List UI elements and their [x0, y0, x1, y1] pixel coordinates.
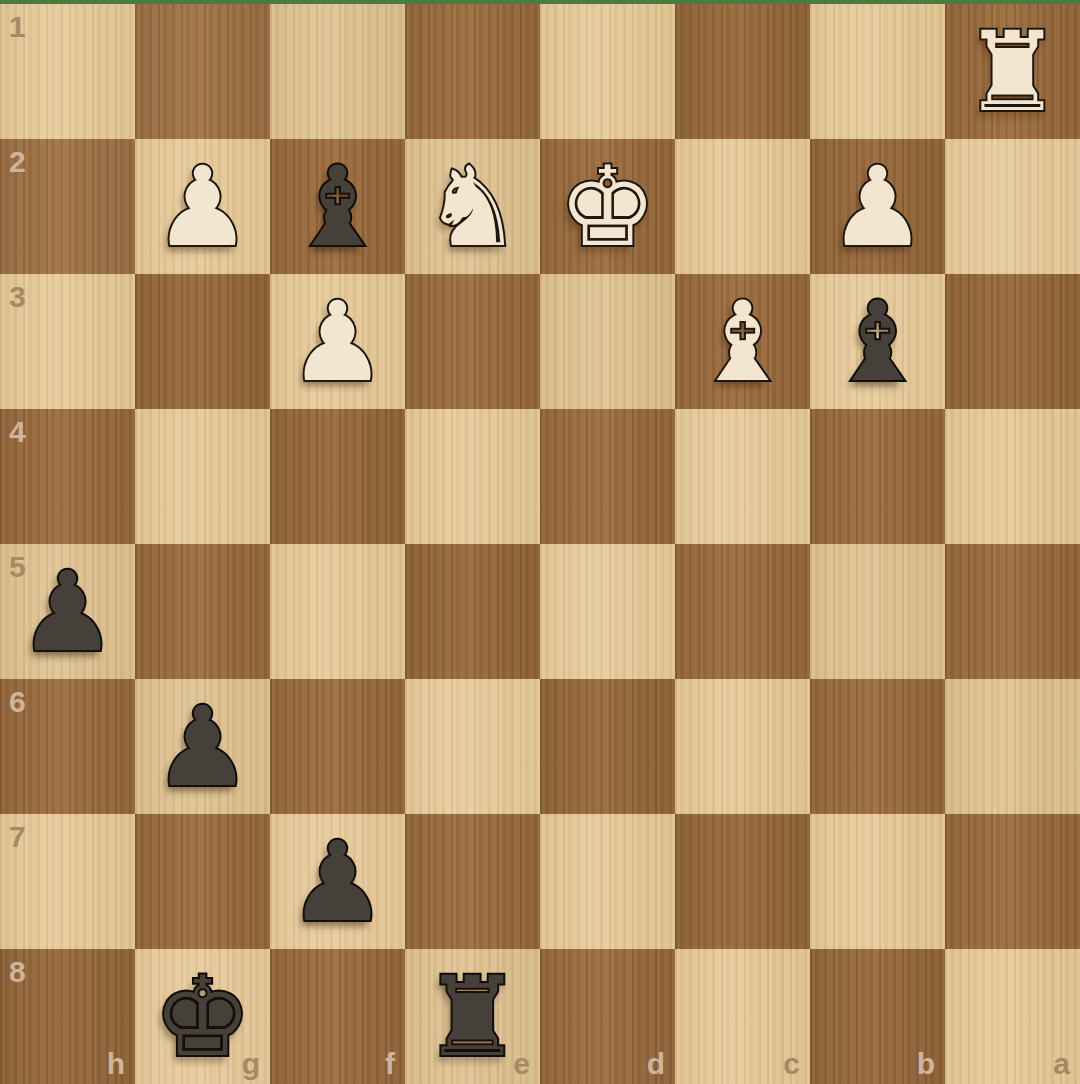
piece-black-bishop-f2[interactable]: ♝: [270, 139, 405, 274]
piece-white-king-d2[interactable]: ♚: [540, 139, 675, 274]
square-h2[interactable]: 2: [0, 139, 135, 274]
square-a8[interactable]: a: [945, 949, 1080, 1084]
rank-label-6: 6: [9, 685, 26, 719]
square-b1[interactable]: [810, 4, 945, 139]
piece-white-pawn-f3[interactable]: ♟: [270, 274, 405, 409]
rank-label-1: 1: [9, 10, 26, 44]
square-e4[interactable]: [405, 409, 540, 544]
rank-label-7: 7: [9, 820, 26, 854]
square-b6[interactable]: [810, 679, 945, 814]
square-e8[interactable]: e♜: [405, 949, 540, 1084]
square-a3[interactable]: [945, 274, 1080, 409]
square-b2[interactable]: ♟: [810, 139, 945, 274]
square-c8[interactable]: c: [675, 949, 810, 1084]
square-g1[interactable]: [135, 4, 270, 139]
square-b8[interactable]: b: [810, 949, 945, 1084]
square-e6[interactable]: [405, 679, 540, 814]
square-e7[interactable]: [405, 814, 540, 949]
square-c3[interactable]: ♝: [675, 274, 810, 409]
file-label-d: d: [647, 1047, 665, 1081]
square-c5[interactable]: [675, 544, 810, 679]
square-c4[interactable]: [675, 409, 810, 544]
square-c2[interactable]: [675, 139, 810, 274]
file-label-a: a: [1053, 1047, 1070, 1081]
square-d8[interactable]: d: [540, 949, 675, 1084]
square-c6[interactable]: [675, 679, 810, 814]
square-c7[interactable]: [675, 814, 810, 949]
square-h3[interactable]: 3: [0, 274, 135, 409]
square-b7[interactable]: [810, 814, 945, 949]
piece-white-pawn-b2[interactable]: ♟: [810, 139, 945, 274]
square-a4[interactable]: [945, 409, 1080, 544]
square-d7[interactable]: [540, 814, 675, 949]
square-h1[interactable]: 1: [0, 4, 135, 139]
square-b3[interactable]: ♝: [810, 274, 945, 409]
square-f8[interactable]: f: [270, 949, 405, 1084]
square-f5[interactable]: [270, 544, 405, 679]
piece-black-king-g8[interactable]: ♚: [135, 949, 270, 1084]
piece-black-bishop-b3[interactable]: ♝: [810, 274, 945, 409]
square-h7[interactable]: 7: [0, 814, 135, 949]
rank-label-8: 8: [9, 955, 26, 989]
square-f1[interactable]: [270, 4, 405, 139]
file-label-b: b: [917, 1047, 935, 1081]
square-a1[interactable]: ♜: [945, 4, 1080, 139]
square-g3[interactable]: [135, 274, 270, 409]
file-label-f: f: [385, 1047, 395, 1081]
square-g6[interactable]: ♟: [135, 679, 270, 814]
file-label-h: h: [107, 1047, 125, 1081]
square-h4[interactable]: 4: [0, 409, 135, 544]
square-g8[interactable]: g♚: [135, 949, 270, 1084]
piece-white-pawn-g2[interactable]: ♟: [135, 139, 270, 274]
piece-black-pawn-g6[interactable]: ♟: [135, 679, 270, 814]
square-d2[interactable]: ♚: [540, 139, 675, 274]
square-d5[interactable]: [540, 544, 675, 679]
square-e5[interactable]: [405, 544, 540, 679]
piece-black-pawn-h5[interactable]: ♟: [0, 544, 135, 679]
square-h6[interactable]: 6: [0, 679, 135, 814]
square-h5[interactable]: 5♟: [0, 544, 135, 679]
square-d3[interactable]: [540, 274, 675, 409]
piece-white-bishop-c3[interactable]: ♝: [675, 274, 810, 409]
piece-white-rook-a1[interactable]: ♜: [945, 4, 1080, 139]
square-h8[interactable]: 8h: [0, 949, 135, 1084]
piece-black-rook-e8[interactable]: ♜: [405, 949, 540, 1084]
piece-black-pawn-f7[interactable]: ♟: [270, 814, 405, 949]
rank-label-4: 4: [9, 415, 26, 449]
square-b4[interactable]: [810, 409, 945, 544]
rank-label-3: 3: [9, 280, 26, 314]
square-a6[interactable]: [945, 679, 1080, 814]
square-c1[interactable]: [675, 4, 810, 139]
square-d1[interactable]: [540, 4, 675, 139]
square-d4[interactable]: [540, 409, 675, 544]
square-f4[interactable]: [270, 409, 405, 544]
square-a2[interactable]: [945, 139, 1080, 274]
file-label-c: c: [783, 1047, 800, 1081]
square-g7[interactable]: [135, 814, 270, 949]
square-b5[interactable]: [810, 544, 945, 679]
square-f7[interactable]: ♟: [270, 814, 405, 949]
chess-app: 1♜2♟♝♞♚♟3♟♝♝45♟6♟7♟8hg♚fe♜dcba: [0, 0, 1080, 1084]
square-e3[interactable]: [405, 274, 540, 409]
rank-label-2: 2: [9, 145, 26, 179]
square-a5[interactable]: [945, 544, 1080, 679]
square-f2[interactable]: ♝: [270, 139, 405, 274]
square-d6[interactable]: [540, 679, 675, 814]
square-e2[interactable]: ♞: [405, 139, 540, 274]
square-g5[interactable]: [135, 544, 270, 679]
square-e1[interactable]: [405, 4, 540, 139]
piece-white-knight-e2[interactable]: ♞: [405, 139, 540, 274]
chess-board: 1♜2♟♝♞♚♟3♟♝♝45♟6♟7♟8hg♚fe♜dcba: [0, 4, 1080, 1084]
square-g2[interactable]: ♟: [135, 139, 270, 274]
square-f3[interactable]: ♟: [270, 274, 405, 409]
square-f6[interactable]: [270, 679, 405, 814]
square-g4[interactable]: [135, 409, 270, 544]
square-a7[interactable]: [945, 814, 1080, 949]
